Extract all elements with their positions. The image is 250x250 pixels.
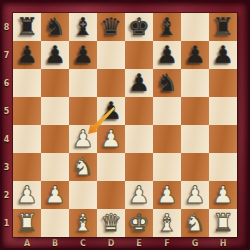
square-e7[interactable] <box>125 41 153 69</box>
file-label-g: G <box>181 237 209 250</box>
square-a1[interactable]: ♜ <box>13 209 41 237</box>
square-c6[interactable] <box>69 69 97 97</box>
square-f8[interactable]: ♝ <box>153 13 181 41</box>
rank-coordinates: 87654321 <box>0 13 13 237</box>
square-f1[interactable]: ♝ <box>153 209 181 237</box>
square-d3[interactable] <box>97 153 125 181</box>
rank-label-6: 6 <box>0 69 13 97</box>
piece-wB-f1[interactable]: ♝ <box>153 209 181 237</box>
file-label-f: F <box>153 237 181 250</box>
file-label-a: A <box>13 237 41 250</box>
square-h3[interactable] <box>209 153 237 181</box>
square-h1[interactable]: ♜ <box>209 209 237 237</box>
square-h2[interactable]: ♟ <box>209 181 237 209</box>
piece-bR-a8[interactable]: ♜ <box>13 13 41 41</box>
rank-label-1: 1 <box>0 209 13 237</box>
square-e3[interactable] <box>125 153 153 181</box>
square-e5[interactable] <box>125 97 153 125</box>
square-b3[interactable] <box>41 153 69 181</box>
square-h8[interactable]: ♜ <box>209 13 237 41</box>
piece-wP-a2[interactable]: ♟ <box>13 181 41 209</box>
square-d4[interactable]: ♟ <box>97 125 125 153</box>
square-h6[interactable] <box>209 69 237 97</box>
square-a8[interactable]: ♜ <box>13 13 41 41</box>
square-g4[interactable] <box>181 125 209 153</box>
piece-bB-f8[interactable]: ♝ <box>153 13 181 41</box>
piece-wP-f2[interactable]: ♟ <box>153 181 181 209</box>
square-c5[interactable] <box>69 97 97 125</box>
rank-label-3: 3 <box>0 153 13 181</box>
square-c3[interactable]: ♞ <box>69 153 97 181</box>
square-b4[interactable] <box>41 125 69 153</box>
piece-wP-e2[interactable]: ♟ <box>125 181 153 209</box>
piece-bR-h8[interactable]: ♜ <box>209 13 237 41</box>
square-e1[interactable]: ♚ <box>125 209 153 237</box>
square-f7[interactable]: ♟ <box>153 41 181 69</box>
piece-wR-h1[interactable]: ♜ <box>209 209 237 237</box>
square-a7[interactable]: ♟ <box>13 41 41 69</box>
square-c8[interactable]: ♝ <box>69 13 97 41</box>
square-b7[interactable]: ♟ <box>41 41 69 69</box>
rank-label-4: 4 <box>0 125 13 153</box>
piece-wB-c1[interactable]: ♝ <box>69 209 97 237</box>
square-g2[interactable]: ♟ <box>181 181 209 209</box>
piece-bQ-d8[interactable]: ♛ <box>97 13 125 41</box>
piece-bP-h7[interactable]: ♟ <box>209 41 237 69</box>
square-d5[interactable]: ♟ <box>97 97 125 125</box>
square-c7[interactable]: ♟ <box>69 41 97 69</box>
rank-label-8: 8 <box>0 13 13 41</box>
square-e4[interactable] <box>125 125 153 153</box>
square-a4[interactable] <box>13 125 41 153</box>
piece-wR-a1[interactable]: ♜ <box>13 209 41 237</box>
square-h7[interactable]: ♟ <box>209 41 237 69</box>
piece-bK-e8[interactable]: ♚ <box>125 13 153 41</box>
square-d6[interactable] <box>97 69 125 97</box>
square-a2[interactable]: ♟ <box>13 181 41 209</box>
square-g8[interactable] <box>181 13 209 41</box>
piece-bP-g7[interactable]: ♟ <box>181 41 209 69</box>
piece-bN-f6[interactable]: ♞ <box>153 69 181 97</box>
square-f5[interactable] <box>153 97 181 125</box>
square-e6[interactable]: ♟ <box>125 69 153 97</box>
file-label-b: B <box>41 237 69 250</box>
chess-board-frame: 87654321 ABCDEFGH ♜♞♝♛♚♝♜♟♟♟♟♟♟♟♞♟♟♟♞♟♟♟… <box>0 0 250 250</box>
square-h4[interactable] <box>209 125 237 153</box>
file-label-h: H <box>209 237 237 250</box>
square-g3[interactable] <box>181 153 209 181</box>
square-g5[interactable] <box>181 97 209 125</box>
piece-bP-b7[interactable]: ♟ <box>41 41 69 69</box>
piece-wP-c4[interactable]: ♟ <box>69 125 97 153</box>
rank-label-5: 5 <box>0 97 13 125</box>
piece-wN-c3[interactable]: ♞ <box>69 153 97 181</box>
piece-bB-c8[interactable]: ♝ <box>69 13 97 41</box>
square-c1[interactable]: ♝ <box>69 209 97 237</box>
square-b5[interactable] <box>41 97 69 125</box>
piece-wP-d4[interactable]: ♟ <box>97 125 125 153</box>
piece-wP-h2[interactable]: ♟ <box>209 181 237 209</box>
square-a5[interactable] <box>13 97 41 125</box>
square-f2[interactable]: ♟ <box>153 181 181 209</box>
square-g1[interactable]: ♞ <box>181 209 209 237</box>
piece-wP-g2[interactable]: ♟ <box>181 181 209 209</box>
piece-bP-f7[interactable]: ♟ <box>153 41 181 69</box>
piece-bP-d5[interactable]: ♟ <box>97 97 125 125</box>
rank-label-7: 7 <box>0 41 13 69</box>
square-a6[interactable] <box>13 69 41 97</box>
file-label-c: C <box>69 237 97 250</box>
piece-bN-b8[interactable]: ♞ <box>41 13 69 41</box>
file-coordinates: ABCDEFGH <box>13 237 237 250</box>
piece-wK-e1[interactable]: ♚ <box>125 209 153 237</box>
square-b2[interactable]: ♟ <box>41 181 69 209</box>
square-f6[interactable]: ♞ <box>153 69 181 97</box>
square-h5[interactable] <box>209 97 237 125</box>
file-label-e: E <box>125 237 153 250</box>
square-a3[interactable] <box>13 153 41 181</box>
piece-bP-a7[interactable]: ♟ <box>13 41 41 69</box>
square-d2[interactable] <box>97 181 125 209</box>
square-b8[interactable]: ♞ <box>41 13 69 41</box>
piece-bP-c7[interactable]: ♟ <box>69 41 97 69</box>
square-f3[interactable] <box>153 153 181 181</box>
square-g6[interactable] <box>181 69 209 97</box>
square-g7[interactable]: ♟ <box>181 41 209 69</box>
square-e8[interactable]: ♚ <box>125 13 153 41</box>
square-c4[interactable]: ♟ <box>69 125 97 153</box>
square-d1[interactable]: ♛ <box>97 209 125 237</box>
square-c2[interactable] <box>69 181 97 209</box>
piece-wP-b2[interactable]: ♟ <box>41 181 69 209</box>
square-f4[interactable] <box>153 125 181 153</box>
square-e2[interactable]: ♟ <box>125 181 153 209</box>
square-d7[interactable] <box>97 41 125 69</box>
square-d8[interactable]: ♛ <box>97 13 125 41</box>
piece-wN-g1[interactable]: ♞ <box>181 209 209 237</box>
square-b6[interactable] <box>41 69 69 97</box>
file-label-d: D <box>97 237 125 250</box>
chess-board: ♜♞♝♛♚♝♜♟♟♟♟♟♟♟♞♟♟♟♞♟♟♟♟♟♟♜♝♛♚♝♞♜ <box>13 13 237 237</box>
square-b1[interactable] <box>41 209 69 237</box>
piece-wQ-d1[interactable]: ♛ <box>97 209 125 237</box>
rank-label-2: 2 <box>0 181 13 209</box>
piece-bP-e6[interactable]: ♟ <box>125 69 153 97</box>
